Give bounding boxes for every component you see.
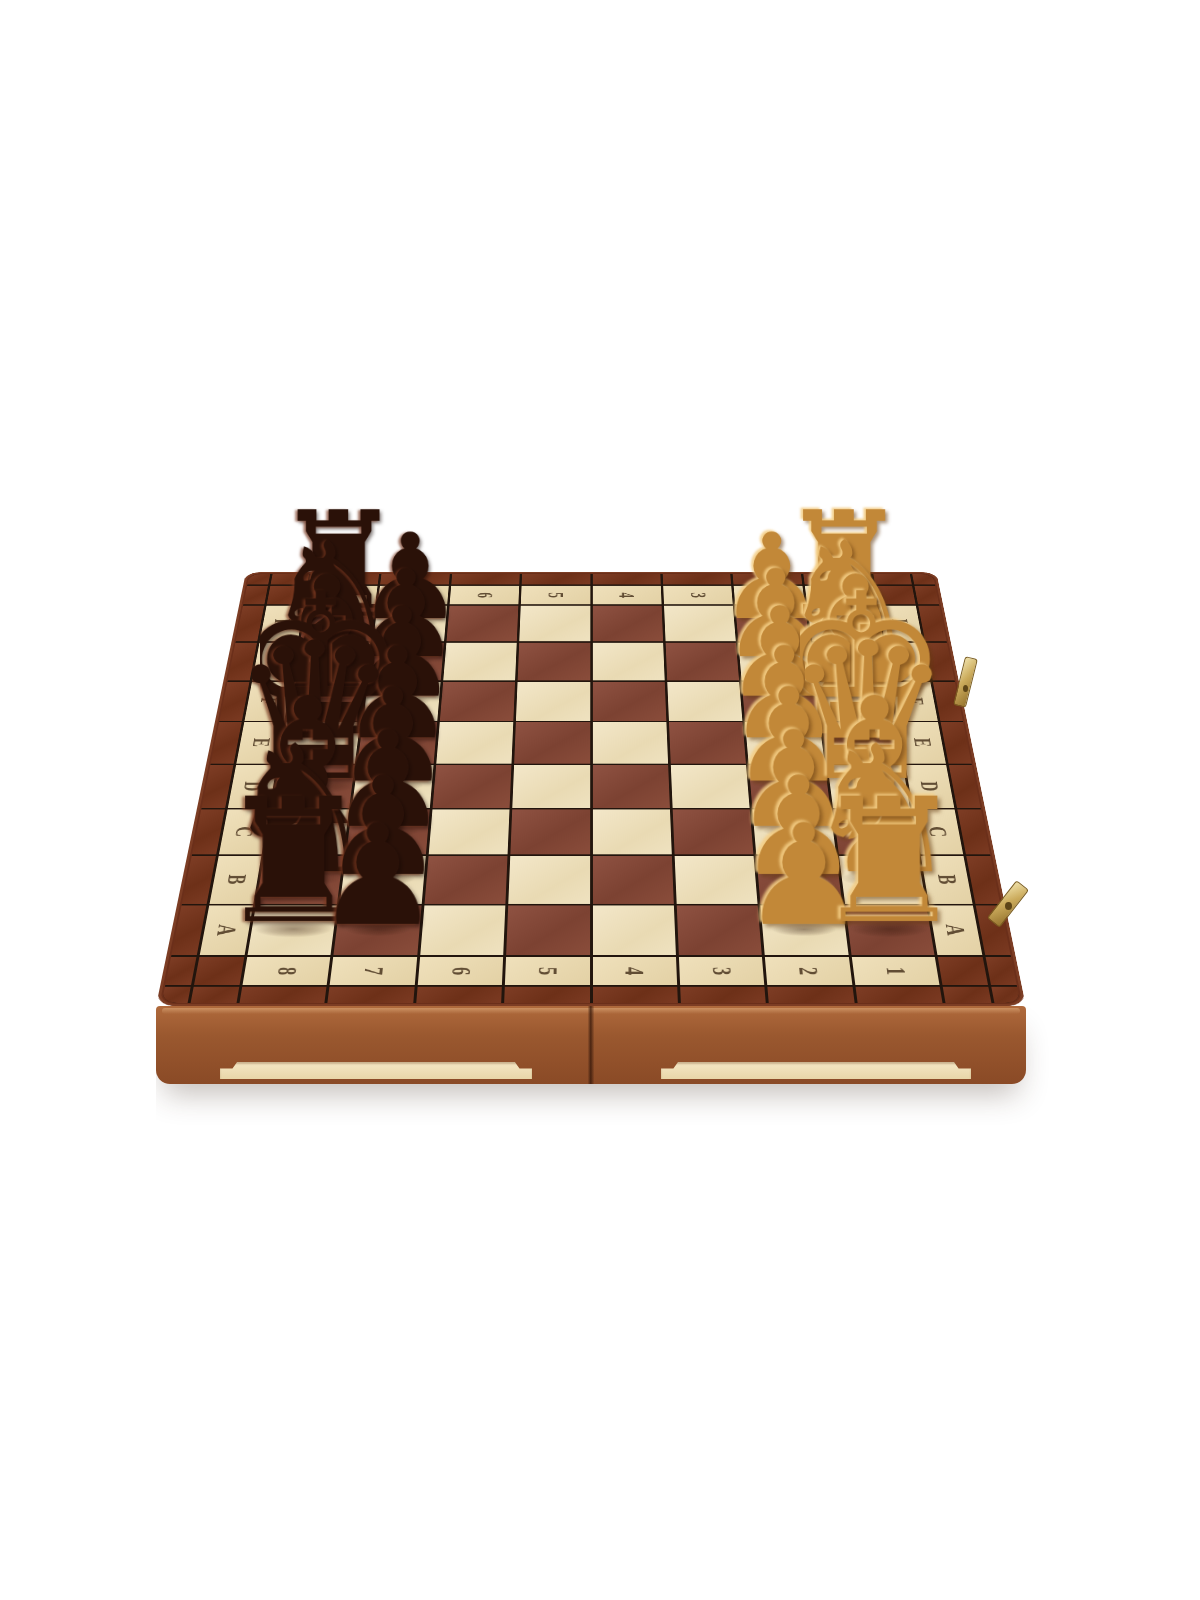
square-g3[interactable] <box>666 643 740 681</box>
coordinate-text: A <box>941 924 969 935</box>
label-left-a: A <box>200 905 253 955</box>
frame-cell <box>504 987 589 1003</box>
coordinate-text: C <box>231 827 258 837</box>
square-a6[interactable] <box>420 905 505 955</box>
square-f8[interactable] <box>287 682 366 721</box>
square-f4[interactable] <box>592 682 666 721</box>
brass-latch-lower-icon <box>988 876 1032 932</box>
square-a1[interactable] <box>845 905 935 955</box>
coordinate-text: H <box>270 619 294 628</box>
square-b3[interactable] <box>675 856 758 903</box>
square-b1[interactable] <box>839 856 926 903</box>
square-d8[interactable] <box>272 765 355 808</box>
square-a5[interactable] <box>506 905 589 955</box>
square-h2[interactable] <box>735 606 809 642</box>
square-h8[interactable] <box>300 606 375 642</box>
square-b5[interactable] <box>508 856 589 903</box>
coordinate-text: 3 <box>708 967 735 975</box>
square-g7[interactable] <box>368 643 443 681</box>
label-top-4: 4 <box>592 586 661 605</box>
square-f2[interactable] <box>742 682 819 721</box>
coordinate-text: 4 <box>616 592 638 597</box>
coordinate-text: A <box>213 924 241 935</box>
label-bottom-2: 2 <box>765 957 852 985</box>
square-f7[interactable] <box>363 682 440 721</box>
square-d6[interactable] <box>432 765 511 808</box>
square-e6[interactable] <box>436 722 513 763</box>
label-top-7: 7 <box>378 586 449 605</box>
square-f1[interactable] <box>817 682 896 721</box>
label-right-h: H <box>879 606 923 642</box>
coordinate-text: 8 <box>273 967 301 975</box>
square-c3[interactable] <box>673 809 754 854</box>
square-d7[interactable] <box>352 765 433 808</box>
label-right-f: F <box>891 682 937 721</box>
square-c5[interactable] <box>510 809 589 854</box>
label-bottom-3: 3 <box>679 957 765 985</box>
square-a3[interactable] <box>677 905 762 955</box>
square-c7[interactable] <box>346 809 429 854</box>
label-bottom-5: 5 <box>505 957 590 985</box>
label-left-h: H <box>260 606 304 642</box>
coordinate-text: D <box>240 781 266 791</box>
brass-latch-upper-icon <box>951 655 981 711</box>
frame-cell <box>380 574 449 584</box>
label-left-b: B <box>210 856 262 903</box>
label-top-1: 1 <box>805 586 876 605</box>
label-left-c: C <box>219 809 269 854</box>
square-e2[interactable] <box>745 722 824 763</box>
label-bottom-7: 7 <box>330 957 417 985</box>
square-c6[interactable] <box>428 809 509 854</box>
square-c4[interactable] <box>592 809 671 854</box>
label-right-c: C <box>913 809 963 854</box>
square-d3[interactable] <box>671 765 750 808</box>
coordinate-text: H <box>889 619 913 628</box>
square-c2[interactable] <box>753 809 836 854</box>
coordinate-text: 4 <box>621 967 648 975</box>
coordinate-text: 1 <box>829 592 852 597</box>
coordinate-text: B <box>222 875 249 885</box>
square-h5[interactable] <box>519 606 590 642</box>
square-a2[interactable] <box>761 905 849 955</box>
square-a8[interactable] <box>248 905 338 955</box>
coordinate-text: F <box>256 697 280 705</box>
square-g8[interactable] <box>294 643 371 681</box>
square-f3[interactable] <box>667 682 742 721</box>
square-b8[interactable] <box>256 856 343 903</box>
latch-hole <box>1005 902 1012 910</box>
frame-cell <box>191 987 240 1003</box>
frame-cell <box>522 574 590 584</box>
label-left-g: G <box>252 643 297 681</box>
label-left-f: F <box>245 682 291 721</box>
coordinate-text: 5 <box>534 967 561 975</box>
coordinate-text: 7 <box>402 592 424 597</box>
coordinate-text: 2 <box>758 592 780 597</box>
label-right-b: B <box>921 856 973 903</box>
frame-cell <box>328 987 415 1003</box>
board-surface: 87654321HHGGFFEEDDCCBBAA87654321 <box>156 572 1026 1006</box>
frame-cell <box>240 987 327 1003</box>
square-b2[interactable] <box>757 856 842 903</box>
square-h6[interactable] <box>446 606 518 642</box>
coordinate-text: 8 <box>331 592 354 597</box>
coordinate-text: E <box>248 738 273 747</box>
frame-cell <box>165 957 196 985</box>
square-b4[interactable] <box>592 856 673 903</box>
square-c1[interactable] <box>833 809 918 854</box>
square-c8[interactable] <box>264 809 349 854</box>
frame-cell <box>162 987 191 1003</box>
square-f6[interactable] <box>440 682 515 721</box>
frame-corner-cell <box>267 586 307 605</box>
square-d1[interactable] <box>827 765 910 808</box>
coordinate-text: 2 <box>795 967 822 975</box>
frame-cell <box>873 574 912 584</box>
label-left-e: E <box>236 722 284 763</box>
square-g1[interactable] <box>812 643 889 681</box>
frame-cell <box>247 574 270 584</box>
label-bottom-8: 8 <box>243 957 331 985</box>
square-g4[interactable] <box>592 643 664 681</box>
frame-cell <box>451 574 520 584</box>
coordinate-text: 3 <box>687 592 709 597</box>
board-side-face <box>156 1006 1026 1084</box>
coordinate-text: 6 <box>473 592 495 597</box>
frame-cell <box>310 574 380 584</box>
latch-arm <box>953 656 978 708</box>
label-right-a: A <box>929 905 982 955</box>
coordinate-text: 5 <box>545 592 567 597</box>
label-bottom-6: 6 <box>418 957 504 985</box>
square-a7[interactable] <box>334 905 422 955</box>
frame-corner-cell <box>194 957 244 985</box>
frame-cell <box>592 987 677 1003</box>
square-g5[interactable] <box>518 643 590 681</box>
frame-cell <box>914 586 939 605</box>
coordinate-text: 7 <box>360 967 387 975</box>
label-top-6: 6 <box>449 586 519 605</box>
square-e1[interactable] <box>822 722 903 763</box>
coordinate-text: E <box>909 738 934 747</box>
frame-cell <box>855 987 942 1003</box>
frame-cell <box>943 987 992 1003</box>
square-e8[interactable] <box>280 722 361 763</box>
coordinate-text: G <box>263 657 287 666</box>
coordinate-text: 6 <box>447 967 474 975</box>
square-d5[interactable] <box>512 765 589 808</box>
square-d2[interactable] <box>749 765 830 808</box>
board-scene: 87654321HHGGFFEEDDCCBBAA87654321 ♜♟♟♜♞♟♟… <box>142 400 1042 1100</box>
frame-cell <box>986 957 1017 985</box>
fold-seam <box>588 1006 594 1084</box>
coordinate-text: C <box>924 827 951 837</box>
chess-board: 87654321HHGGFFEEDDCCBBAA87654321 ♜♟♟♜♞♟♟… <box>156 572 1026 1006</box>
coordinate-text: B <box>933 875 960 885</box>
frame-corner-cell <box>875 586 915 605</box>
frame-cell <box>680 987 766 1003</box>
coordinate-text: G <box>895 657 919 666</box>
square-h1[interactable] <box>807 606 882 642</box>
product-photo: 87654321HHGGFFEEDDCCBBAA87654321 ♜♟♟♜♞♟♟… <box>0 0 1200 1600</box>
frame-corner-cell <box>938 957 988 985</box>
square-g2[interactable] <box>739 643 814 681</box>
side-inlay-right <box>661 1062 971 1079</box>
square-e4[interactable] <box>592 722 668 763</box>
square-d4[interactable] <box>592 765 669 808</box>
label-right-e: E <box>898 722 946 763</box>
square-h7[interactable] <box>373 606 447 642</box>
label-right-d: D <box>905 765 954 808</box>
frame-cell <box>271 574 310 584</box>
frame-cell <box>592 574 660 584</box>
square-b6[interactable] <box>424 856 507 903</box>
label-bottom-4: 4 <box>592 957 677 985</box>
board-grid: 87654321HHGGFFEEDDCCBBAA87654321 <box>162 574 1021 1003</box>
label-top-2: 2 <box>734 586 805 605</box>
frame-cell <box>663 574 732 584</box>
square-h4[interactable] <box>592 606 663 642</box>
frame-cell <box>243 586 268 605</box>
coordinate-text: 1 <box>881 967 909 975</box>
square-f5[interactable] <box>516 682 590 721</box>
page: { "game": "chess", "title": "Wooden fold… <box>0 0 1200 1600</box>
side-inlay-left <box>220 1062 532 1079</box>
square-e5[interactable] <box>514 722 590 763</box>
frame-cell <box>768 987 855 1003</box>
label-right-g: G <box>885 643 930 681</box>
frame-cell <box>803 574 873 584</box>
square-h3[interactable] <box>664 606 736 642</box>
label-top-3: 3 <box>663 586 733 605</box>
square-b7[interactable] <box>340 856 425 903</box>
square-g6[interactable] <box>443 643 517 681</box>
square-e7[interactable] <box>358 722 437 763</box>
label-top-5: 5 <box>521 586 590 605</box>
coordinate-text: F <box>902 697 926 705</box>
square-a4[interactable] <box>592 905 675 955</box>
label-left-d: D <box>228 765 277 808</box>
latch-hole <box>963 685 968 692</box>
square-e3[interactable] <box>669 722 746 763</box>
frame-cell <box>416 987 502 1003</box>
label-bottom-1: 1 <box>851 957 939 985</box>
label-top-8: 8 <box>306 586 377 605</box>
coordinate-text: D <box>917 781 943 791</box>
frame-cell <box>733 574 802 584</box>
